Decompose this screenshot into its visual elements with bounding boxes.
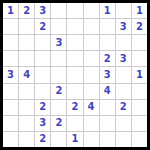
cell-r1c6[interactable] bbox=[84, 3, 99, 18]
cell-r7c4[interactable] bbox=[51, 100, 66, 115]
clue-digit: 1 bbox=[72, 134, 79, 144]
cell-r1c4[interactable] bbox=[51, 3, 66, 18]
cell-r6c5[interactable] bbox=[67, 84, 82, 99]
cell-r7c2[interactable] bbox=[19, 100, 34, 115]
cell-r6c7[interactable]: 4 bbox=[100, 84, 115, 99]
cell-r4c5[interactable] bbox=[67, 51, 82, 66]
cell-r5c6[interactable] bbox=[84, 67, 99, 82]
cell-r8c5[interactable] bbox=[67, 116, 82, 131]
cell-r4c8[interactable]: 3 bbox=[116, 51, 131, 66]
cell-r2c9[interactable]: 2 bbox=[132, 19, 147, 34]
cell-r4c6[interactable] bbox=[84, 51, 99, 66]
cell-r8c1[interactable] bbox=[3, 116, 18, 131]
cell-r5c4[interactable] bbox=[51, 67, 66, 82]
cell-r6c6[interactable] bbox=[84, 84, 99, 99]
cell-r3c1[interactable] bbox=[3, 35, 18, 50]
puzzle-board: 1231123232334312422423221 bbox=[0, 0, 150, 150]
cell-r5c5[interactable] bbox=[67, 67, 82, 82]
cell-r4c9[interactable] bbox=[132, 51, 147, 66]
cell-r2c5[interactable] bbox=[67, 19, 82, 34]
cell-r3c3[interactable] bbox=[35, 35, 50, 50]
clue-digit: 2 bbox=[55, 118, 62, 128]
cell-r5c9[interactable]: 1 bbox=[132, 67, 147, 82]
cell-r4c1[interactable] bbox=[3, 51, 18, 66]
cell-r7c1[interactable] bbox=[3, 100, 18, 115]
cell-r9c2[interactable] bbox=[19, 132, 34, 147]
clue-digit: 2 bbox=[104, 54, 111, 64]
cell-r9c5[interactable]: 1 bbox=[67, 132, 82, 147]
cell-r7c5[interactable]: 2 bbox=[67, 100, 82, 115]
cell-r9c8[interactable] bbox=[116, 132, 131, 147]
clue-digit: 3 bbox=[120, 22, 127, 32]
cell-r1c9[interactable]: 1 bbox=[132, 3, 147, 18]
cell-r2c1[interactable] bbox=[3, 19, 18, 34]
cell-r8c7[interactable] bbox=[100, 116, 115, 131]
cell-r2c4[interactable] bbox=[51, 19, 66, 34]
cell-r1c2[interactable]: 2 bbox=[19, 3, 34, 18]
cell-r4c7[interactable]: 2 bbox=[100, 51, 115, 66]
clue-digit: 2 bbox=[72, 102, 79, 112]
cell-r5c3[interactable] bbox=[35, 67, 50, 82]
cell-r4c4[interactable] bbox=[51, 51, 66, 66]
cell-r6c3[interactable] bbox=[35, 84, 50, 99]
clue-digit: 2 bbox=[39, 102, 46, 112]
cell-r1c8[interactable] bbox=[116, 3, 131, 18]
cell-r5c8[interactable] bbox=[116, 67, 131, 82]
cell-r6c9[interactable] bbox=[132, 84, 147, 99]
clue-digit: 3 bbox=[55, 38, 62, 48]
cell-r3c4[interactable]: 3 bbox=[51, 35, 66, 50]
cell-r2c8[interactable]: 3 bbox=[116, 19, 131, 34]
clue-digit: 3 bbox=[120, 54, 127, 64]
cell-r1c7[interactable]: 1 bbox=[100, 3, 115, 18]
cell-r9c6[interactable] bbox=[84, 132, 99, 147]
cell-r7c8[interactable]: 2 bbox=[116, 100, 131, 115]
cell-r7c6[interactable]: 4 bbox=[84, 100, 99, 115]
cell-r9c1[interactable] bbox=[3, 132, 18, 147]
cell-r9c9[interactable] bbox=[132, 132, 147, 147]
cell-r7c9[interactable] bbox=[132, 100, 147, 115]
cell-r8c8[interactable] bbox=[116, 116, 131, 131]
clue-digit: 2 bbox=[136, 22, 143, 32]
cell-r5c1[interactable]: 3 bbox=[3, 67, 18, 82]
clue-digit: 2 bbox=[55, 86, 62, 96]
cell-r3c6[interactable] bbox=[84, 35, 99, 50]
cell-r9c4[interactable] bbox=[51, 132, 66, 147]
clue-digit: 4 bbox=[104, 86, 111, 96]
clue-digit: 3 bbox=[39, 6, 46, 16]
cell-r6c4[interactable]: 2 bbox=[51, 84, 66, 99]
cell-r5c7[interactable]: 3 bbox=[100, 67, 115, 82]
cell-r2c2[interactable] bbox=[19, 19, 34, 34]
clue-digit: 2 bbox=[39, 134, 46, 144]
cell-r3c7[interactable] bbox=[100, 35, 115, 50]
clue-digit: 3 bbox=[7, 70, 14, 80]
clue-digit: 2 bbox=[23, 6, 30, 16]
cell-r2c3[interactable]: 2 bbox=[35, 19, 50, 34]
cell-r1c5[interactable] bbox=[67, 3, 82, 18]
cell-r1c3[interactable]: 3 bbox=[35, 3, 50, 18]
cell-r3c9[interactable] bbox=[132, 35, 147, 50]
cell-r1c1[interactable]: 1 bbox=[3, 3, 18, 18]
cell-r9c3[interactable]: 2 bbox=[35, 132, 50, 147]
cell-r2c6[interactable] bbox=[84, 19, 99, 34]
clue-digit: 1 bbox=[104, 6, 111, 16]
cell-r3c2[interactable] bbox=[19, 35, 34, 50]
clue-digit: 2 bbox=[120, 102, 127, 112]
cell-r8c4[interactable]: 2 bbox=[51, 116, 66, 131]
cell-r4c2[interactable] bbox=[19, 51, 34, 66]
cell-r7c7[interactable] bbox=[100, 100, 115, 115]
cell-r6c2[interactable] bbox=[19, 84, 34, 99]
cell-r8c3[interactable]: 3 bbox=[35, 116, 50, 131]
clue-digit: 3 bbox=[104, 70, 111, 80]
cell-r2c7[interactable] bbox=[100, 19, 115, 34]
clue-digit: 1 bbox=[136, 70, 143, 80]
cell-r6c8[interactable] bbox=[116, 84, 131, 99]
cell-r3c8[interactable] bbox=[116, 35, 131, 50]
cell-r4c3[interactable] bbox=[35, 51, 50, 66]
clue-digit: 3 bbox=[39, 118, 46, 128]
cell-r6c1[interactable] bbox=[3, 84, 18, 99]
cell-r8c2[interactable] bbox=[19, 116, 34, 131]
cell-r5c2[interactable]: 4 bbox=[19, 67, 34, 82]
cell-r7c3[interactable]: 2 bbox=[35, 100, 50, 115]
clue-digit: 2 bbox=[39, 22, 46, 32]
cell-r9c7[interactable] bbox=[100, 132, 115, 147]
cell-r3c5[interactable] bbox=[67, 35, 82, 50]
clue-digit: 4 bbox=[23, 70, 30, 80]
clue-digit: 1 bbox=[136, 6, 143, 16]
cell-r8c6[interactable] bbox=[84, 116, 99, 131]
cell-r8c9[interactable] bbox=[132, 116, 147, 131]
clue-digit: 1 bbox=[7, 6, 14, 16]
clue-digit: 4 bbox=[88, 102, 95, 112]
